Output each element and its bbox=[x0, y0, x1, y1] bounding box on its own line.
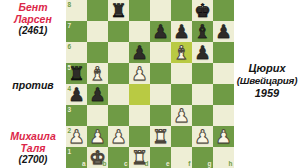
square-b4[interactable]: ♟ bbox=[87, 84, 108, 105]
square-g4[interactable] bbox=[192, 84, 213, 105]
square-e4[interactable] bbox=[150, 84, 171, 105]
square-c3[interactable] bbox=[108, 105, 129, 126]
square-f3[interactable]: ♟ bbox=[171, 105, 192, 126]
rank-label-8: 8 bbox=[68, 1, 72, 8]
square-g7[interactable]: ♝ bbox=[192, 21, 213, 42]
black-rook-c8[interactable]: ♜ bbox=[108, 0, 129, 21]
white-rook-e2[interactable]: ♜ bbox=[150, 126, 171, 147]
square-b3[interactable] bbox=[87, 105, 108, 126]
square-e6[interactable] bbox=[150, 42, 171, 63]
square-a1[interactable]: 1a bbox=[66, 147, 87, 168]
square-c6[interactable] bbox=[108, 42, 129, 63]
player-top-last-name: Ларсен bbox=[0, 14, 66, 26]
square-f7[interactable]: ♟ bbox=[171, 21, 192, 42]
white-pawn-d5[interactable]: ♟ bbox=[129, 63, 150, 84]
square-h5[interactable] bbox=[213, 63, 234, 84]
rank-label-7: 7 bbox=[68, 22, 72, 29]
square-a6[interactable]: 6 bbox=[66, 42, 87, 63]
square-d3[interactable] bbox=[129, 105, 150, 126]
square-c1[interactable]: c bbox=[108, 147, 129, 168]
white-bishop-b5[interactable]: ♝ bbox=[87, 63, 108, 84]
player-bottom-last-name: Таля bbox=[0, 143, 66, 155]
square-d1[interactable]: d♜ bbox=[129, 147, 150, 168]
square-e3[interactable] bbox=[150, 105, 171, 126]
black-rook-a5[interactable]: ♜ bbox=[66, 63, 87, 84]
square-c4[interactable] bbox=[108, 84, 129, 105]
white-king-b1[interactable]: ♚ bbox=[87, 147, 108, 168]
square-h7[interactable]: ♟ bbox=[213, 21, 234, 42]
file-label-e: e bbox=[166, 160, 170, 167]
square-b7[interactable] bbox=[87, 21, 108, 42]
square-b6[interactable] bbox=[87, 42, 108, 63]
player-bottom-first-name: Михаила bbox=[0, 131, 66, 143]
square-d4[interactable] bbox=[129, 84, 150, 105]
player-bottom-rating: (2700) bbox=[0, 154, 66, 166]
square-e2[interactable]: ♜ bbox=[150, 126, 171, 147]
square-f1[interactable]: f bbox=[171, 147, 192, 168]
square-d5[interactable]: ♟ bbox=[129, 63, 150, 84]
player-bottom: Михаила Таля (2700) bbox=[0, 131, 66, 166]
square-a2[interactable]: 2♟ bbox=[66, 126, 87, 147]
square-h1[interactable]: h bbox=[213, 147, 234, 168]
event-panel: Цюрих (Швейцария) 1959 bbox=[234, 0, 300, 168]
square-f4[interactable] bbox=[171, 84, 192, 105]
square-g8[interactable]: ♚ bbox=[192, 0, 213, 21]
black-pawn-e7[interactable]: ♟ bbox=[150, 21, 171, 42]
square-e8[interactable] bbox=[150, 0, 171, 21]
square-h8[interactable] bbox=[213, 0, 234, 21]
player-top: Бент Ларсен (2461) bbox=[0, 2, 66, 37]
square-a3[interactable]: 3 bbox=[66, 105, 87, 126]
white-rook-d1[interactable]: ♜ bbox=[129, 147, 150, 168]
square-d8[interactable] bbox=[129, 0, 150, 21]
square-e5[interactable] bbox=[150, 63, 171, 84]
square-f8[interactable] bbox=[171, 0, 192, 21]
file-label-c: c bbox=[124, 160, 128, 167]
square-g1[interactable]: g bbox=[192, 147, 213, 168]
square-f6[interactable]: ♝ bbox=[171, 42, 192, 63]
square-h2[interactable]: ♟ bbox=[213, 126, 234, 147]
player-top-first-name: Бент bbox=[0, 2, 66, 14]
white-pawn-b2[interactable]: ♟ bbox=[87, 126, 108, 147]
event-city: Цюрих bbox=[234, 62, 300, 75]
square-b2[interactable]: ♟ bbox=[87, 126, 108, 147]
square-g3[interactable] bbox=[192, 105, 213, 126]
black-pawn-f7[interactable]: ♟ bbox=[171, 21, 192, 42]
black-pawn-g6[interactable]: ♟ bbox=[192, 42, 213, 63]
square-a7[interactable]: 7 bbox=[66, 21, 87, 42]
square-a4[interactable]: 4♟ bbox=[66, 84, 87, 105]
event-country: (Швейцария) bbox=[234, 75, 300, 88]
rank-label-3: 3 bbox=[68, 106, 72, 113]
white-bishop-f6[interactable]: ♝ bbox=[171, 42, 192, 63]
black-pawn-d6[interactable]: ♟ bbox=[129, 42, 150, 63]
square-b5[interactable]: ♝ bbox=[87, 63, 108, 84]
white-pawn-g2[interactable]: ♟ bbox=[192, 126, 213, 147]
white-pawn-h2[interactable]: ♟ bbox=[213, 126, 234, 147]
black-pawn-b4[interactable]: ♟ bbox=[87, 84, 108, 105]
square-a5[interactable]: 5♜ bbox=[66, 63, 87, 84]
square-f2[interactable] bbox=[171, 126, 192, 147]
square-a8[interactable]: 8 bbox=[66, 0, 87, 21]
square-g5[interactable] bbox=[192, 63, 213, 84]
square-f5[interactable] bbox=[171, 63, 192, 84]
black-pawn-a4[interactable]: ♟ bbox=[66, 84, 87, 105]
rank-label-6: 6 bbox=[68, 43, 72, 50]
file-label-g: g bbox=[208, 160, 212, 167]
white-pawn-f3[interactable]: ♟ bbox=[171, 105, 192, 126]
square-c8[interactable]: ♜ bbox=[108, 0, 129, 21]
square-b1[interactable]: b♚ bbox=[87, 147, 108, 168]
chess-board[interactable]: 8♜♚7♟♟♝♟6♟♝♟5♜♝♟4♟♟3♟2♟♟♟♜♟♟1ab♚cd♜efgh bbox=[66, 0, 234, 168]
player-top-rating: (2461) bbox=[0, 25, 66, 37]
black-king-g8[interactable]: ♚ bbox=[192, 0, 213, 21]
square-c7[interactable] bbox=[108, 21, 129, 42]
game-thumbnail: Бент Ларсен (2461) против Михаила Таля (… bbox=[0, 0, 300, 168]
event-year: 1959 bbox=[234, 87, 300, 100]
square-h3[interactable] bbox=[213, 105, 234, 126]
file-label-h: h bbox=[229, 160, 233, 167]
square-h6[interactable] bbox=[213, 42, 234, 63]
square-g6[interactable]: ♟ bbox=[192, 42, 213, 63]
event-info: Цюрих (Швейцария) 1959 bbox=[234, 62, 300, 100]
square-c2[interactable]: ♟ bbox=[108, 126, 129, 147]
file-label-a: a bbox=[82, 160, 86, 167]
square-c5[interactable] bbox=[108, 63, 129, 84]
black-pawn-h7[interactable]: ♟ bbox=[213, 21, 234, 42]
players-panel: Бент Ларсен (2461) против Михаила Таля (… bbox=[0, 0, 66, 168]
black-bishop-g7[interactable]: ♝ bbox=[192, 21, 213, 42]
file-label-f: f bbox=[188, 160, 190, 167]
square-b8[interactable] bbox=[87, 0, 108, 21]
square-d7[interactable] bbox=[129, 21, 150, 42]
white-pawn-c2[interactable]: ♟ bbox=[108, 126, 129, 147]
white-pawn-a2[interactable]: ♟ bbox=[66, 126, 87, 147]
square-e1[interactable]: e bbox=[150, 147, 171, 168]
rank-label-1: 1 bbox=[68, 148, 72, 155]
versus-label: против bbox=[0, 79, 66, 91]
square-h4[interactable] bbox=[213, 84, 234, 105]
square-d6[interactable]: ♟ bbox=[129, 42, 150, 63]
square-g2[interactable]: ♟ bbox=[192, 126, 213, 147]
square-e7[interactable]: ♟ bbox=[150, 21, 171, 42]
square-d2[interactable] bbox=[129, 126, 150, 147]
